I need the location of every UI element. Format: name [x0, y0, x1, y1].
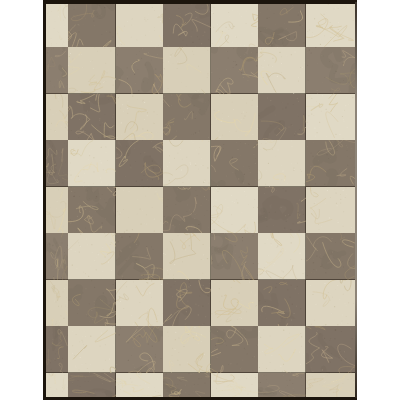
board-square	[163, 280, 211, 327]
board-square	[211, 140, 259, 187]
photo-canvas	[0, 0, 400, 400]
board-square	[163, 47, 211, 94]
board-square	[258, 140, 306, 187]
board-square	[46, 326, 68, 373]
board-square	[116, 47, 164, 94]
board-square	[258, 233, 306, 280]
board-square	[116, 4, 164, 47]
board-square	[211, 187, 259, 234]
board-square	[68, 4, 116, 47]
checkerboard-sample	[43, 0, 357, 400]
board-square	[68, 47, 116, 94]
board-square	[258, 373, 306, 398]
board-square	[46, 373, 68, 398]
board-square	[258, 326, 306, 373]
board-square	[68, 280, 116, 327]
board-square	[306, 233, 356, 280]
board-square	[258, 4, 306, 47]
board-square	[46, 280, 68, 327]
board-square	[163, 373, 211, 398]
board-square	[306, 326, 356, 373]
board-square	[211, 94, 259, 141]
board-square	[163, 326, 211, 373]
board-square	[211, 47, 259, 94]
board-square	[46, 233, 68, 280]
board-square	[163, 4, 211, 47]
board-square	[258, 187, 306, 234]
board-square	[306, 373, 356, 398]
board-square	[68, 326, 116, 373]
board-square	[46, 187, 68, 234]
board-square	[163, 187, 211, 234]
board-square	[46, 94, 68, 141]
board-square	[306, 280, 356, 327]
board-square	[211, 373, 259, 398]
board-square	[116, 280, 164, 327]
board-square	[306, 47, 356, 94]
board-square	[211, 280, 259, 327]
board-square	[163, 140, 211, 187]
board-square	[163, 94, 211, 141]
board-square	[306, 4, 356, 47]
board-grid	[46, 4, 355, 397]
board-square	[306, 187, 356, 234]
board-square	[116, 94, 164, 141]
board-square	[258, 280, 306, 327]
board-square	[68, 187, 116, 234]
board-square	[163, 233, 211, 280]
board-square	[46, 4, 68, 47]
board-square	[68, 94, 116, 141]
board-square	[258, 94, 306, 141]
board-square	[116, 187, 164, 234]
board-square	[68, 233, 116, 280]
board-square	[211, 4, 259, 47]
board-square	[116, 373, 164, 398]
board-square	[258, 47, 306, 94]
board-square	[68, 373, 116, 398]
board-square	[211, 326, 259, 373]
board-square	[46, 47, 68, 94]
board-square	[116, 326, 164, 373]
board-square	[116, 140, 164, 187]
board-square	[68, 140, 116, 187]
board-square	[306, 140, 356, 187]
board-square	[306, 94, 356, 141]
board-square	[211, 233, 259, 280]
board-square	[46, 140, 68, 187]
board-square	[116, 233, 164, 280]
